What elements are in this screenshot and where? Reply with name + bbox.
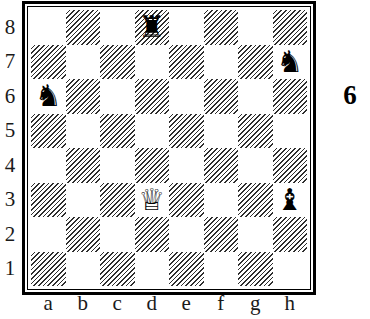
rank-label-1: 1 <box>0 252 20 287</box>
chess-board: ♜♞♞♕♝ <box>31 10 307 286</box>
diagram-number: 6 <box>337 80 363 111</box>
square-e1 <box>169 252 204 287</box>
square-d5 <box>135 114 170 149</box>
square-c1 <box>100 252 135 287</box>
square-h3: ♝ <box>273 183 308 218</box>
square-d3: ♕ <box>135 183 170 218</box>
square-a4 <box>31 148 66 183</box>
square-f3 <box>204 183 239 218</box>
square-b6 <box>66 79 101 114</box>
square-g4 <box>238 148 273 183</box>
square-f7 <box>204 45 239 80</box>
square-g7 <box>238 45 273 80</box>
square-g5 <box>238 114 273 149</box>
file-label-g: g <box>238 290 273 317</box>
white-queen-d3: ♕ <box>135 183 170 218</box>
square-a6: ♞ <box>31 79 66 114</box>
square-e4 <box>169 148 204 183</box>
square-b3 <box>66 183 101 218</box>
square-c6 <box>100 79 135 114</box>
square-c5 <box>100 114 135 149</box>
square-c3 <box>100 183 135 218</box>
square-g2 <box>238 217 273 252</box>
square-h4 <box>273 148 308 183</box>
rank-label-7: 7 <box>0 45 20 80</box>
square-a2 <box>31 217 66 252</box>
square-h7: ♞ <box>273 45 308 80</box>
square-a3 <box>31 183 66 218</box>
square-d6 <box>135 79 170 114</box>
square-b4 <box>66 148 101 183</box>
square-a1 <box>31 252 66 287</box>
rank-label-5: 5 <box>0 114 20 149</box>
square-d1 <box>135 252 170 287</box>
square-f6 <box>204 79 239 114</box>
rank-labels: 87654321 <box>0 10 20 286</box>
black-knight-h7: ♞ <box>273 45 308 80</box>
rank-label-4: 4 <box>0 148 20 183</box>
file-label-c: c <box>100 290 135 317</box>
square-e5 <box>169 114 204 149</box>
square-b7 <box>66 45 101 80</box>
file-label-h: h <box>273 290 308 317</box>
square-c4 <box>100 148 135 183</box>
square-a5 <box>31 114 66 149</box>
square-d8: ♜ <box>135 10 170 45</box>
black-rook-d8: ♜ <box>135 10 170 45</box>
square-c7 <box>100 45 135 80</box>
file-label-e: e <box>169 290 204 317</box>
square-g3 <box>238 183 273 218</box>
rank-label-8: 8 <box>0 10 20 45</box>
square-f8 <box>204 10 239 45</box>
square-c8 <box>100 10 135 45</box>
square-h1 <box>273 252 308 287</box>
rank-label-3: 3 <box>0 183 20 218</box>
square-e7 <box>169 45 204 80</box>
chess-board-frame: ♜♞♞♕♝ <box>22 1 316 295</box>
square-h5 <box>273 114 308 149</box>
square-f2 <box>204 217 239 252</box>
square-d7 <box>135 45 170 80</box>
file-label-f: f <box>204 290 239 317</box>
chess-diagram-page: 87654321 ♜♞♞♕♝ abcdefgh 6 <box>0 0 370 319</box>
file-label-b: b <box>66 290 101 317</box>
square-g8 <box>238 10 273 45</box>
file-labels: abcdefgh <box>31 290 307 317</box>
file-label-d: d <box>135 290 170 317</box>
square-g1 <box>238 252 273 287</box>
square-e3 <box>169 183 204 218</box>
square-e8 <box>169 10 204 45</box>
square-a8 <box>31 10 66 45</box>
square-b2 <box>66 217 101 252</box>
square-b5 <box>66 114 101 149</box>
square-g6 <box>238 79 273 114</box>
square-c2 <box>100 217 135 252</box>
square-h6 <box>273 79 308 114</box>
square-h2 <box>273 217 308 252</box>
square-f1 <box>204 252 239 287</box>
square-e6 <box>169 79 204 114</box>
square-f5 <box>204 114 239 149</box>
square-e2 <box>169 217 204 252</box>
rank-label-2: 2 <box>0 217 20 252</box>
square-h8 <box>273 10 308 45</box>
file-label-a: a <box>31 290 66 317</box>
square-f4 <box>204 148 239 183</box>
square-b8 <box>66 10 101 45</box>
rank-label-6: 6 <box>0 79 20 114</box>
chess-board-inner-frame: ♜♞♞♕♝ <box>27 6 311 290</box>
black-bishop-h3: ♝ <box>273 183 308 218</box>
square-d4 <box>135 148 170 183</box>
square-d2 <box>135 217 170 252</box>
square-a7 <box>31 45 66 80</box>
black-knight-a6: ♞ <box>31 79 66 114</box>
square-b1 <box>66 252 101 287</box>
